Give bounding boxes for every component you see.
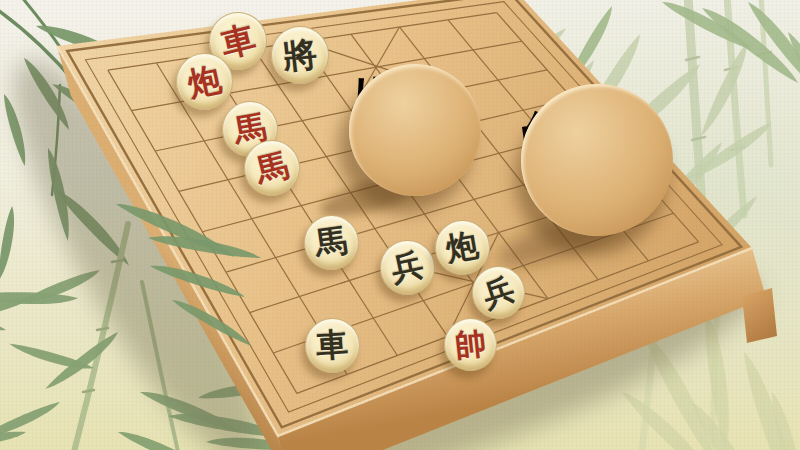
piece-glyph: 炮 bbox=[443, 228, 480, 265]
piece-glyph: 馬 bbox=[253, 149, 292, 188]
piece-red-general[interactable]: 帥 bbox=[444, 318, 497, 371]
showcase-piece-black-general: 將 bbox=[345, 60, 486, 201]
piece-glyph: 炮 bbox=[184, 61, 223, 100]
pieces-layer: 車將炮馬馬馬兵炮兵車帥將帥 bbox=[0, 0, 800, 450]
piece-black-soldier[interactable]: 兵 bbox=[472, 266, 525, 319]
piece-black-chariot[interactable]: 車 bbox=[305, 318, 360, 373]
piece-black-cannon[interactable]: 炮 bbox=[435, 220, 490, 275]
piece-glyph: 將 bbox=[281, 36, 318, 73]
piece-red-cannon[interactable]: 炮 bbox=[176, 53, 233, 110]
piece-glyph: 車 bbox=[217, 20, 258, 61]
piece-black-soldier[interactable]: 兵 bbox=[380, 240, 435, 295]
piece-black-horse[interactable]: 馬 bbox=[304, 215, 359, 270]
piece-black-general[interactable]: 將 bbox=[271, 26, 329, 84]
piece-glyph: 帥 bbox=[453, 327, 487, 361]
xiangqi-splash-scene: 車將炮馬馬馬兵炮兵車帥將帥 bbox=[0, 0, 800, 450]
piece-glyph: 馬 bbox=[313, 224, 349, 260]
piece-glyph: 兵 bbox=[478, 272, 517, 311]
piece-glyph: 車 bbox=[315, 328, 349, 362]
piece-red-horse[interactable]: 馬 bbox=[244, 140, 300, 196]
showcase-piece-red-general: 帥 bbox=[511, 74, 683, 246]
piece-glyph: 兵 bbox=[388, 248, 426, 286]
